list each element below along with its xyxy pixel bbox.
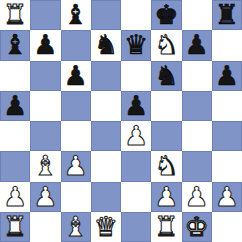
white-rook-a8[interactable]: ♜ [3, 0, 27, 30]
square-a3[interactable] [0, 151, 30, 181]
square-b6[interactable] [30, 61, 60, 91]
square-h6[interactable]: ♟ [212, 61, 242, 91]
square-c6[interactable]: ♟ [61, 61, 91, 91]
black-king-f8[interactable]: ♚ [154, 0, 178, 30]
black-pawn-h6[interactable]: ♟ [215, 61, 239, 91]
square-c4[interactable] [61, 121, 91, 151]
square-e1[interactable] [121, 212, 151, 242]
square-f3[interactable]: ♞ [151, 151, 181, 181]
square-h8[interactable]: ♜ [212, 0, 242, 30]
square-d6[interactable] [91, 61, 121, 91]
square-a2[interactable]: ♟ [0, 182, 30, 212]
square-g4[interactable] [182, 121, 212, 151]
white-rook-f1[interactable]: ♜ [154, 212, 178, 242]
square-f6[interactable]: ♞ [151, 61, 181, 91]
square-e4[interactable]: ♟ [121, 121, 151, 151]
square-f1[interactable]: ♜ [151, 212, 181, 242]
square-d2[interactable] [91, 182, 121, 212]
square-b1[interactable] [30, 212, 60, 242]
square-a5[interactable]: ♟ [0, 91, 30, 121]
white-pawn-g2[interactable]: ♟ [185, 182, 209, 212]
square-h2[interactable]: ♟ [212, 182, 242, 212]
black-pawn-g7[interactable]: ♟ [185, 30, 209, 60]
square-f7[interactable]: ♞ [151, 30, 181, 60]
square-g2[interactable]: ♟ [182, 182, 212, 212]
black-pawn-e5[interactable]: ♟ [124, 91, 148, 121]
square-b7[interactable]: ♟ [30, 30, 60, 60]
square-g8[interactable] [182, 0, 212, 30]
square-c8[interactable]: ♝ [61, 0, 91, 30]
square-d7[interactable]: ♞ [91, 30, 121, 60]
square-f8[interactable]: ♚ [151, 0, 181, 30]
square-h4[interactable] [212, 121, 242, 151]
square-e3[interactable] [121, 151, 151, 181]
square-h1[interactable] [212, 212, 242, 242]
square-b4[interactable] [30, 121, 60, 151]
black-knight-d7[interactable]: ♞ [94, 30, 118, 60]
black-pawn-a5[interactable]: ♟ [3, 91, 27, 121]
square-e8[interactable] [121, 0, 151, 30]
white-pawn-e4[interactable]: ♟ [124, 121, 148, 151]
square-c5[interactable] [61, 91, 91, 121]
chess-board: ♜♝♚♜♝♟♞♛♞♟♟♞♟♟♟♟♝♟♞♟♟♟♟♟♜♝♛♜♚ [0, 0, 242, 242]
square-a8[interactable]: ♜ [0, 0, 30, 30]
square-b8[interactable] [30, 0, 60, 30]
square-a4[interactable] [0, 121, 30, 151]
white-pawn-b2[interactable]: ♟ [33, 182, 57, 212]
square-e6[interactable] [121, 61, 151, 91]
square-h3[interactable] [212, 151, 242, 181]
square-c7[interactable] [61, 30, 91, 60]
white-pawn-f2[interactable]: ♟ [154, 182, 178, 212]
square-g3[interactable] [182, 151, 212, 181]
square-h7[interactable] [212, 30, 242, 60]
white-pawn-h2[interactable]: ♟ [215, 182, 239, 212]
white-king-g1[interactable]: ♚ [185, 212, 209, 242]
square-c2[interactable] [61, 182, 91, 212]
square-g7[interactable]: ♟ [182, 30, 212, 60]
square-g1[interactable]: ♚ [182, 212, 212, 242]
square-d8[interactable] [91, 0, 121, 30]
white-pawn-c3[interactable]: ♟ [64, 151, 88, 181]
square-c3[interactable]: ♟ [61, 151, 91, 181]
square-c1[interactable]: ♝ [61, 212, 91, 242]
square-e2[interactable] [121, 182, 151, 212]
black-bishop-a7[interactable]: ♝ [3, 30, 27, 60]
square-d3[interactable] [91, 151, 121, 181]
square-b5[interactable] [30, 91, 60, 121]
white-knight-f3[interactable]: ♞ [154, 151, 178, 181]
square-a6[interactable] [0, 61, 30, 91]
square-d4[interactable] [91, 121, 121, 151]
black-bishop-c8[interactable]: ♝ [64, 0, 88, 30]
square-d1[interactable]: ♛ [91, 212, 121, 242]
black-queen-e7[interactable]: ♛ [124, 30, 148, 60]
white-pawn-a2[interactable]: ♟ [3, 182, 27, 212]
black-pawn-c6[interactable]: ♟ [64, 61, 88, 91]
square-e7[interactable]: ♛ [121, 30, 151, 60]
white-queen-d1[interactable]: ♛ [94, 212, 118, 242]
square-e5[interactable]: ♟ [121, 91, 151, 121]
white-knight-f7[interactable]: ♞ [154, 30, 178, 60]
white-bishop-b3[interactable]: ♝ [33, 151, 57, 181]
black-knight-f6[interactable]: ♞ [154, 61, 178, 91]
white-bishop-c1[interactable]: ♝ [64, 212, 88, 242]
square-f5[interactable] [151, 91, 181, 121]
black-rook-h8[interactable]: ♜ [215, 0, 239, 30]
square-d5[interactable] [91, 91, 121, 121]
square-g5[interactable] [182, 91, 212, 121]
square-a1[interactable]: ♜ [0, 212, 30, 242]
square-b2[interactable]: ♟ [30, 182, 60, 212]
white-rook-a1[interactable]: ♜ [3, 212, 27, 242]
square-b3[interactable]: ♝ [30, 151, 60, 181]
square-h5[interactable] [212, 91, 242, 121]
square-f2[interactable]: ♟ [151, 182, 181, 212]
black-pawn-b7[interactable]: ♟ [33, 30, 57, 60]
square-g6[interactable] [182, 61, 212, 91]
square-a7[interactable]: ♝ [0, 30, 30, 60]
square-f4[interactable] [151, 121, 181, 151]
